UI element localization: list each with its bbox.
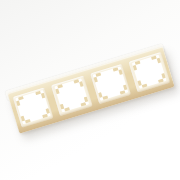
corner-tab (119, 90, 125, 94)
frame-face (7, 46, 174, 133)
corner-tab (79, 81, 83, 87)
corner-tab (161, 73, 165, 79)
opening-window (93, 67, 128, 101)
corner-tab (42, 114, 48, 118)
opening-bevel (128, 52, 169, 92)
corner-tab (103, 95, 109, 99)
corner-tab (35, 91, 41, 95)
corner-tab (118, 69, 122, 75)
corner-tab (21, 116, 25, 122)
corner-tab (40, 93, 44, 99)
corner-tab (137, 80, 141, 86)
corner-tab (98, 92, 102, 98)
opening-window (15, 90, 50, 124)
corner-tab (158, 79, 164, 83)
opening-window (54, 78, 89, 112)
switch-frame (7, 46, 174, 133)
opening-window (131, 55, 166, 89)
corner-tab (64, 107, 70, 111)
corner-tab (157, 58, 161, 64)
corner-tab (112, 67, 118, 71)
corner-tab (81, 102, 87, 106)
corner-tab (59, 104, 63, 110)
corner-tab (141, 84, 147, 88)
corner-tab (25, 119, 31, 123)
corner-tab (94, 77, 98, 83)
corner-tab (132, 65, 136, 71)
corner-tab (16, 100, 20, 106)
corner-tab (55, 89, 59, 95)
photo-background (0, 0, 180, 180)
corner-tab (84, 97, 88, 103)
opening-bevel (90, 63, 131, 103)
opening-bevel (51, 75, 92, 115)
opening-bevel (12, 87, 53, 127)
